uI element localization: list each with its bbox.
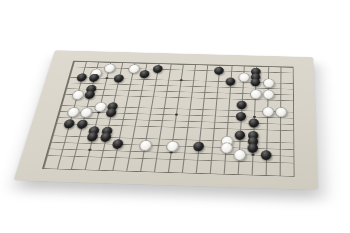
star-point — [88, 148, 92, 151]
stone-white — [79, 107, 94, 117]
star-point — [169, 150, 172, 153]
stone-black — [192, 141, 204, 151]
star-point — [251, 153, 254, 156]
stone-black — [250, 78, 261, 86]
stone-black — [234, 130, 246, 140]
stone-white — [138, 140, 153, 151]
stone-black — [247, 130, 258, 140]
stone-white — [103, 63, 117, 72]
stone-white — [127, 64, 141, 73]
go-board-wrapper — [35, 0, 315, 232]
stone-black — [236, 100, 247, 109]
stone-white — [263, 78, 276, 88]
stone-black — [86, 132, 99, 142]
stone-white — [220, 142, 234, 153]
stone-white — [275, 107, 288, 117]
stone-white — [262, 89, 275, 99]
stone-white — [220, 136, 234, 147]
stone-black — [111, 139, 124, 149]
stone-black — [88, 73, 100, 81]
stone-black — [63, 119, 76, 128]
star-point — [105, 77, 108, 79]
stone-black — [87, 125, 100, 135]
stone-black — [247, 143, 259, 153]
star-point — [252, 115, 255, 117]
stone-black — [75, 73, 87, 81]
paper-go-mat — [14, 50, 318, 189]
stone-black — [76, 119, 89, 128]
stone-white — [165, 140, 180, 151]
photo-background — [0, 0, 350, 233]
stone-white — [66, 107, 81, 117]
stone-white — [238, 72, 251, 81]
stone-black — [105, 108, 118, 117]
star-point — [179, 79, 182, 81]
stone-black — [101, 126, 114, 136]
stone-black — [235, 111, 246, 120]
stone-black — [213, 66, 224, 74]
stone-white — [249, 89, 262, 99]
stone-black — [248, 118, 259, 127]
stone-black — [139, 69, 151, 77]
stone-white — [262, 106, 275, 116]
stone-white — [71, 89, 86, 99]
stone-black — [260, 150, 272, 160]
stone-black — [99, 132, 112, 142]
go-board-grid — [42, 60, 295, 176]
stone-black — [225, 77, 236, 85]
stone-white — [93, 102, 108, 112]
stone-black — [152, 64, 164, 72]
star-point — [174, 113, 177, 115]
stone-black — [247, 136, 259, 146]
stone-black — [113, 74, 125, 82]
stone-white — [233, 149, 247, 160]
